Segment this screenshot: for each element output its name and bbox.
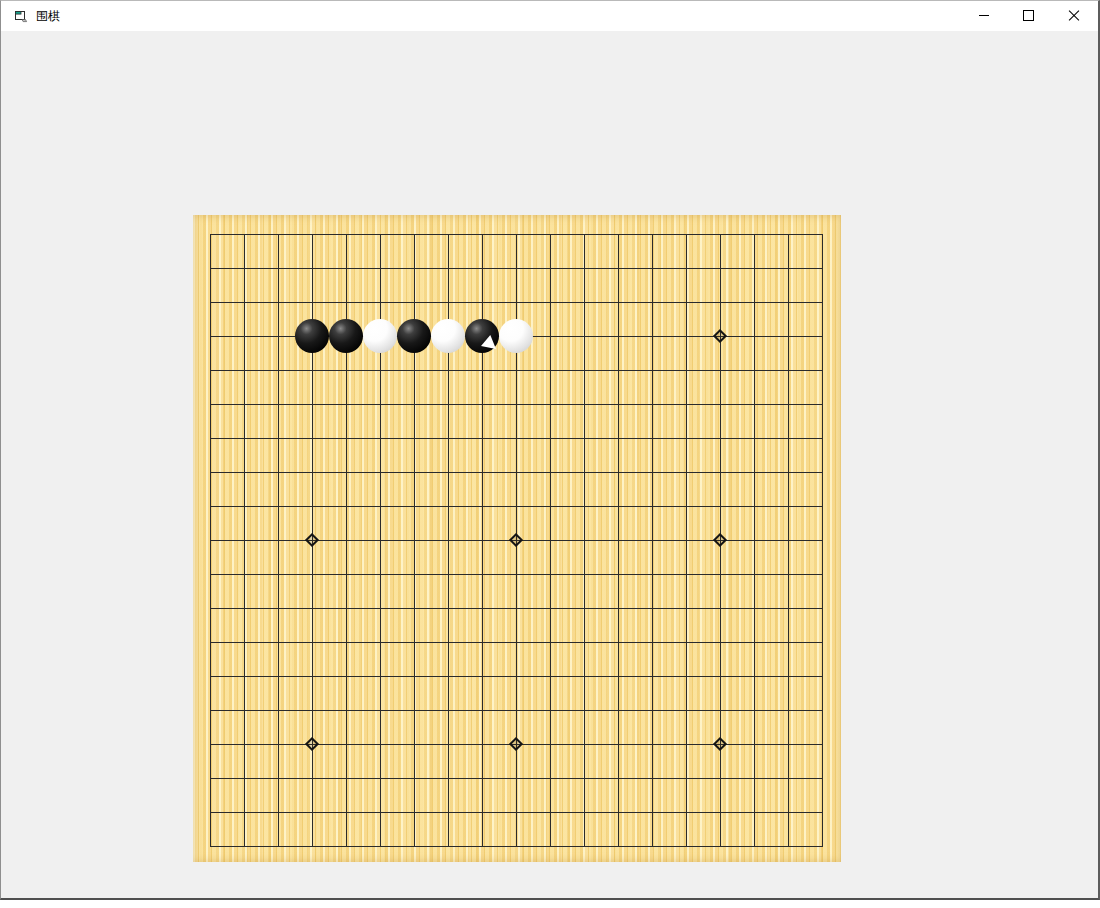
minimize-button[interactable]	[961, 1, 1006, 30]
stone-black	[295, 319, 329, 353]
go-grid[interactable]	[210, 234, 823, 847]
grid-line-horizontal	[210, 846, 823, 847]
grid-line-horizontal	[210, 608, 823, 609]
grid-line-vertical	[550, 234, 551, 847]
window-title: 围棋	[36, 8, 60, 25]
star-point	[713, 329, 727, 343]
grid-line-vertical	[822, 234, 823, 847]
close-icon	[1068, 10, 1079, 21]
grid-line-horizontal	[210, 778, 823, 779]
star-point	[509, 533, 523, 547]
app-window: 围棋	[0, 0, 1100, 900]
grid-line-horizontal	[210, 812, 823, 813]
grid-line-horizontal	[210, 710, 823, 711]
star-point	[713, 533, 727, 547]
stone-white	[431, 319, 465, 353]
titlebar: 围棋	[1, 1, 1098, 31]
grid-line-vertical	[652, 234, 653, 847]
last-move-marker-icon	[481, 335, 496, 349]
star-point	[305, 737, 319, 751]
star-point	[305, 533, 319, 547]
stone-white	[363, 319, 397, 353]
grid-line-vertical	[754, 234, 755, 847]
stone-black	[465, 319, 499, 353]
grid-line-horizontal	[210, 642, 823, 643]
star-point	[509, 737, 523, 751]
grid-line-vertical	[618, 234, 619, 847]
grid-line-vertical	[686, 234, 687, 847]
application-window-icon	[14, 9, 28, 23]
close-button[interactable]	[1051, 1, 1096, 30]
stone-black	[329, 319, 363, 353]
star-point	[713, 737, 727, 751]
grid-line-horizontal	[210, 574, 823, 575]
maximize-button[interactable]	[1006, 1, 1051, 30]
grid-line-vertical	[584, 234, 585, 847]
grid-line-vertical	[788, 234, 789, 847]
stone-black	[397, 319, 431, 353]
stone-white	[499, 319, 533, 353]
grid-line-horizontal	[210, 676, 823, 677]
window-controls	[961, 1, 1096, 31]
minimize-icon	[979, 15, 989, 16]
client-area	[1, 31, 1098, 898]
maximize-icon	[1023, 10, 1034, 21]
go-board[interactable]	[193, 215, 841, 862]
